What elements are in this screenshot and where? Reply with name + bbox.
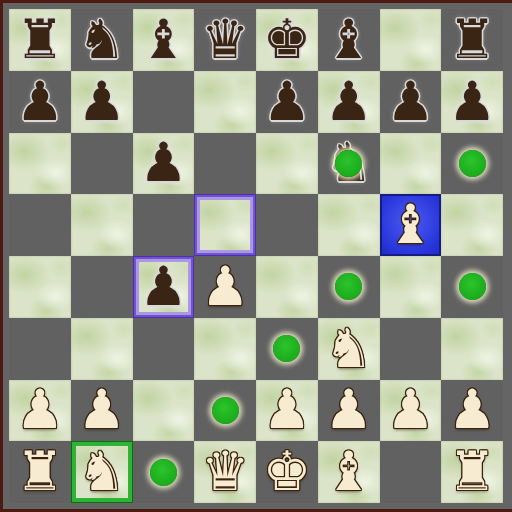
square-d3[interactable] bbox=[194, 318, 256, 380]
square-a5[interactable] bbox=[9, 194, 71, 256]
square-h2[interactable]: ♟ bbox=[441, 380, 503, 442]
square-g4[interactable] bbox=[380, 256, 442, 318]
square-f1[interactable]: ♝ bbox=[318, 441, 380, 503]
square-g7[interactable]: ♟ bbox=[380, 71, 442, 133]
square-h8[interactable]: ♜ bbox=[441, 9, 503, 71]
square-b8[interactable]: ♞ bbox=[71, 9, 133, 71]
piece-white-pawn[interactable]: ♟ bbox=[386, 383, 434, 437]
piece-black-pawn[interactable]: ♟ bbox=[448, 75, 496, 129]
square-e3[interactable] bbox=[256, 318, 318, 380]
square-g8[interactable] bbox=[380, 9, 442, 71]
board-frame: ♜♞♝♛♚♝♜♟♟♟♟♟♟♟♞♝♟♟♞♟♟♟♟♟♟♜♞♛♚♝♜ bbox=[0, 0, 512, 512]
square-f2[interactable]: ♟ bbox=[318, 380, 380, 442]
square-h4[interactable] bbox=[441, 256, 503, 318]
square-d6[interactable] bbox=[194, 133, 256, 195]
square-e8[interactable]: ♚ bbox=[256, 9, 318, 71]
square-f5[interactable] bbox=[318, 194, 380, 256]
piece-white-knight[interactable]: ♞ bbox=[324, 322, 372, 376]
piece-black-pawn[interactable]: ♟ bbox=[139, 260, 187, 314]
square-c6[interactable]: ♟ bbox=[133, 133, 195, 195]
square-b6[interactable] bbox=[71, 133, 133, 195]
square-b7[interactable]: ♟ bbox=[71, 71, 133, 133]
square-h6[interactable] bbox=[441, 133, 503, 195]
square-b3[interactable] bbox=[71, 318, 133, 380]
piece-white-pawn[interactable]: ♟ bbox=[324, 383, 372, 437]
piece-black-rook[interactable]: ♜ bbox=[448, 13, 496, 67]
square-b1[interactable]: ♞ bbox=[71, 441, 133, 503]
legal-move-dot[interactable] bbox=[150, 459, 177, 486]
legal-move-dot[interactable] bbox=[335, 273, 362, 300]
square-d1[interactable]: ♛ bbox=[194, 441, 256, 503]
square-a7[interactable]: ♟ bbox=[9, 71, 71, 133]
square-a4[interactable] bbox=[9, 256, 71, 318]
square-f4[interactable] bbox=[318, 256, 380, 318]
piece-black-bishop[interactable]: ♝ bbox=[139, 13, 187, 67]
square-h7[interactable]: ♟ bbox=[441, 71, 503, 133]
square-a6[interactable] bbox=[9, 133, 71, 195]
piece-white-bishop[interactable]: ♝ bbox=[386, 198, 434, 252]
piece-white-rook[interactable]: ♜ bbox=[448, 445, 496, 499]
piece-white-bishop[interactable]: ♝ bbox=[324, 445, 372, 499]
piece-black-queen[interactable]: ♛ bbox=[201, 13, 249, 67]
square-a1[interactable]: ♜ bbox=[9, 441, 71, 503]
piece-black-knight[interactable]: ♞ bbox=[77, 13, 125, 67]
piece-black-pawn[interactable]: ♟ bbox=[324, 75, 372, 129]
square-e6[interactable] bbox=[256, 133, 318, 195]
square-c4[interactable]: ♟ bbox=[133, 256, 195, 318]
square-g2[interactable]: ♟ bbox=[380, 380, 442, 442]
legal-move-dot[interactable] bbox=[212, 397, 239, 424]
square-f7[interactable]: ♟ bbox=[318, 71, 380, 133]
square-d7[interactable] bbox=[194, 71, 256, 133]
legal-move-dot[interactable] bbox=[273, 335, 300, 362]
square-d5[interactable] bbox=[194, 194, 256, 256]
square-e5[interactable] bbox=[256, 194, 318, 256]
piece-white-knight[interactable]: ♞ bbox=[77, 445, 125, 499]
square-f8[interactable]: ♝ bbox=[318, 9, 380, 71]
square-a8[interactable]: ♜ bbox=[9, 9, 71, 71]
square-f3[interactable]: ♞ bbox=[318, 318, 380, 380]
square-c8[interactable]: ♝ bbox=[133, 9, 195, 71]
chess-board: ♜♞♝♛♚♝♜♟♟♟♟♟♟♟♞♝♟♟♞♟♟♟♟♟♟♜♞♛♚♝♜ bbox=[9, 9, 503, 503]
square-a3[interactable] bbox=[9, 318, 71, 380]
piece-black-pawn[interactable]: ♟ bbox=[139, 136, 187, 190]
square-b2[interactable]: ♟ bbox=[71, 380, 133, 442]
legal-move-dot[interactable] bbox=[335, 150, 362, 177]
legal-move-dot[interactable] bbox=[459, 273, 486, 300]
piece-black-pawn[interactable]: ♟ bbox=[386, 75, 434, 129]
square-c5[interactable] bbox=[133, 194, 195, 256]
piece-black-rook[interactable]: ♜ bbox=[16, 13, 64, 67]
piece-white-pawn[interactable]: ♟ bbox=[16, 383, 64, 437]
square-c3[interactable] bbox=[133, 318, 195, 380]
square-d8[interactable]: ♛ bbox=[194, 9, 256, 71]
piece-black-bishop[interactable]: ♝ bbox=[324, 13, 372, 67]
square-h3[interactable] bbox=[441, 318, 503, 380]
piece-white-rook[interactable]: ♜ bbox=[16, 445, 64, 499]
piece-white-pawn[interactable]: ♟ bbox=[448, 383, 496, 437]
square-c7[interactable] bbox=[133, 71, 195, 133]
square-h1[interactable]: ♜ bbox=[441, 441, 503, 503]
square-c1[interactable] bbox=[133, 441, 195, 503]
square-e2[interactable]: ♟ bbox=[256, 380, 318, 442]
square-e4[interactable] bbox=[256, 256, 318, 318]
piece-white-pawn[interactable]: ♟ bbox=[263, 383, 311, 437]
square-g6[interactable] bbox=[380, 133, 442, 195]
square-d4[interactable]: ♟ bbox=[194, 256, 256, 318]
piece-black-pawn[interactable]: ♟ bbox=[77, 75, 125, 129]
square-b4[interactable] bbox=[71, 256, 133, 318]
square-h5[interactable] bbox=[441, 194, 503, 256]
square-b5[interactable] bbox=[71, 194, 133, 256]
piece-white-pawn[interactable]: ♟ bbox=[77, 383, 125, 437]
square-g5[interactable]: ♝ bbox=[380, 194, 442, 256]
square-e7[interactable]: ♟ bbox=[256, 71, 318, 133]
piece-black-pawn[interactable]: ♟ bbox=[263, 75, 311, 129]
piece-black-king[interactable]: ♚ bbox=[263, 13, 311, 67]
piece-black-pawn[interactable]: ♟ bbox=[16, 75, 64, 129]
square-f6[interactable]: ♞ bbox=[318, 133, 380, 195]
square-d2[interactable] bbox=[194, 380, 256, 442]
square-e1[interactable]: ♚ bbox=[256, 441, 318, 503]
piece-white-queen[interactable]: ♛ bbox=[201, 445, 249, 499]
square-g3[interactable] bbox=[380, 318, 442, 380]
square-g1[interactable] bbox=[380, 441, 442, 503]
piece-white-king[interactable]: ♚ bbox=[263, 445, 311, 499]
square-a2[interactable]: ♟ bbox=[9, 380, 71, 442]
piece-white-pawn[interactable]: ♟ bbox=[201, 260, 249, 314]
square-c2[interactable] bbox=[133, 380, 195, 442]
legal-move-dot[interactable] bbox=[459, 150, 486, 177]
